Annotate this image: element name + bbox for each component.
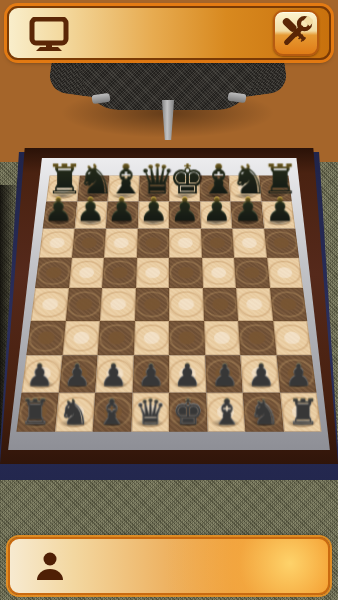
square-h2[interactable]: ♟ xyxy=(276,355,316,392)
square-b3[interactable] xyxy=(62,321,100,356)
square-b2[interactable]: ♟ xyxy=(58,355,97,392)
white-rook[interactable]: ♜ xyxy=(284,394,322,429)
white-rook[interactable]: ♜ xyxy=(16,394,54,429)
square-a3[interactable] xyxy=(26,321,65,356)
square-b6[interactable] xyxy=(71,228,105,257)
black-pawn[interactable]: ♟ xyxy=(169,193,201,226)
square-c6[interactable] xyxy=(104,228,137,257)
square-d4[interactable] xyxy=(134,288,169,321)
game-screen: ♜♞♝♛♚♝♞♜♟♟♟♟♟♟♟♟♟♟♟♟♟♟♟♟♜♞♝♛♚♝♞♜ xyxy=(0,0,338,600)
square-e6[interactable] xyxy=(169,228,202,257)
white-pawn[interactable]: ♟ xyxy=(58,359,95,390)
black-pawn[interactable]: ♟ xyxy=(264,193,296,226)
square-f4[interactable] xyxy=(203,288,239,321)
square-d3[interactable] xyxy=(133,321,169,356)
square-c2[interactable]: ♟ xyxy=(95,355,133,392)
square-c3[interactable] xyxy=(98,321,135,356)
square-f5[interactable] xyxy=(202,257,236,288)
square-c4[interactable] xyxy=(100,288,136,321)
white-pawn[interactable]: ♟ xyxy=(169,359,206,390)
square-g1[interactable]: ♞ xyxy=(243,392,284,432)
white-pawn[interactable]: ♟ xyxy=(132,359,169,390)
black-pawn[interactable]: ♟ xyxy=(106,193,138,226)
square-e4[interactable] xyxy=(169,288,204,321)
chess-board[interactable]: ♜♞♝♛♚♝♞♜♟♟♟♟♟♟♟♟♟♟♟♟♟♟♟♟♜♞♝♛♚♝♞♜ xyxy=(16,175,321,431)
monitor-icon xyxy=(29,17,69,51)
player-icon xyxy=(36,551,64,581)
square-d2[interactable]: ♟ xyxy=(132,355,169,392)
square-d6[interactable] xyxy=(136,228,169,257)
square-f2[interactable]: ♟ xyxy=(205,355,243,392)
square-g3[interactable] xyxy=(238,321,276,356)
settings-button[interactable] xyxy=(273,10,319,56)
square-d1[interactable]: ♛ xyxy=(131,392,169,432)
square-a2[interactable]: ♟ xyxy=(22,355,62,392)
square-a6[interactable] xyxy=(39,228,74,257)
square-g7[interactable]: ♟ xyxy=(230,201,263,228)
square-a5[interactable] xyxy=(35,257,71,288)
square-c1[interactable]: ♝ xyxy=(93,392,132,432)
white-knight[interactable]: ♞ xyxy=(54,394,92,429)
square-c7[interactable]: ♟ xyxy=(106,201,138,228)
player-button[interactable] xyxy=(36,551,64,581)
square-a4[interactable] xyxy=(31,288,69,321)
square-h6[interactable] xyxy=(264,228,299,257)
white-knight[interactable]: ♞ xyxy=(245,394,283,429)
square-b4[interactable] xyxy=(65,288,102,321)
tools-icon xyxy=(279,16,313,50)
square-a7[interactable]: ♟ xyxy=(43,201,77,228)
square-e1[interactable]: ♚ xyxy=(169,392,207,432)
square-e7[interactable]: ♟ xyxy=(169,201,201,228)
square-e5[interactable] xyxy=(169,257,203,288)
square-g4[interactable] xyxy=(236,288,273,321)
white-pawn[interactable]: ♟ xyxy=(280,359,317,390)
square-d5[interactable] xyxy=(136,257,170,288)
square-h4[interactable] xyxy=(270,288,308,321)
square-h1[interactable]: ♜ xyxy=(280,392,322,432)
black-pawn[interactable]: ♟ xyxy=(232,193,264,226)
bottom-bar xyxy=(8,537,330,595)
white-bishop[interactable]: ♝ xyxy=(93,394,131,429)
square-b5[interactable] xyxy=(69,257,104,288)
white-bishop[interactable]: ♝ xyxy=(207,394,245,429)
square-h5[interactable] xyxy=(267,257,303,288)
white-king[interactable]: ♚ xyxy=(169,394,207,429)
square-h7[interactable]: ♟ xyxy=(261,201,295,228)
square-e3[interactable] xyxy=(169,321,205,356)
square-c5[interactable] xyxy=(102,257,136,288)
square-g2[interactable]: ♟ xyxy=(240,355,279,392)
square-f6[interactable] xyxy=(201,228,234,257)
white-pawn[interactable]: ♟ xyxy=(243,359,280,390)
square-f1[interactable]: ♝ xyxy=(206,392,245,432)
black-pawn[interactable]: ♟ xyxy=(43,193,75,226)
square-b7[interactable]: ♟ xyxy=(74,201,107,228)
square-e2[interactable]: ♟ xyxy=(169,355,206,392)
white-pawn[interactable]: ♟ xyxy=(21,359,58,390)
top-bar xyxy=(7,6,331,60)
square-f3[interactable] xyxy=(204,321,241,356)
white-pawn[interactable]: ♟ xyxy=(95,359,132,390)
black-pawn[interactable]: ♟ xyxy=(74,193,106,226)
square-a1[interactable]: ♜ xyxy=(16,392,58,432)
square-d7[interactable]: ♟ xyxy=(137,201,169,228)
black-pawn[interactable]: ♟ xyxy=(137,193,169,226)
monitor-button[interactable] xyxy=(29,17,69,51)
square-g5[interactable] xyxy=(234,257,269,288)
square-f7[interactable]: ♟ xyxy=(200,201,232,228)
white-pawn[interactable]: ♟ xyxy=(206,359,243,390)
square-g6[interactable] xyxy=(232,228,266,257)
white-queen[interactable]: ♛ xyxy=(131,394,169,429)
black-pawn[interactable]: ♟ xyxy=(201,193,233,226)
square-h3[interactable] xyxy=(273,321,312,356)
square-b1[interactable]: ♞ xyxy=(55,392,96,432)
